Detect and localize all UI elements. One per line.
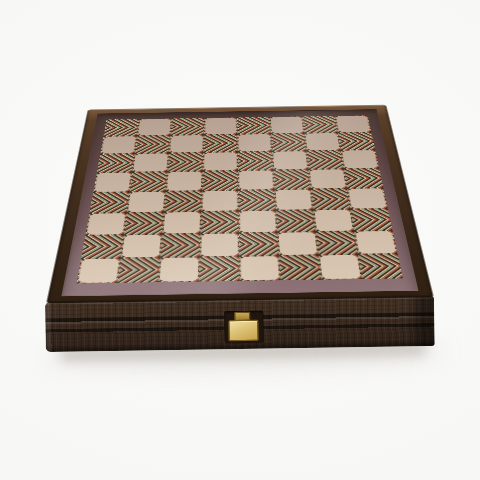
square-d6 bbox=[204, 152, 237, 170]
square-c5 bbox=[167, 172, 202, 191]
square-f6 bbox=[273, 151, 307, 169]
square-e7 bbox=[238, 134, 270, 151]
square-a1 bbox=[78, 259, 119, 283]
square-a5 bbox=[94, 173, 131, 192]
square-h6 bbox=[342, 150, 378, 168]
square-d8 bbox=[205, 118, 236, 134]
square-g7 bbox=[305, 133, 339, 150]
square-h8 bbox=[336, 116, 370, 132]
square-a3 bbox=[87, 213, 126, 235]
square-e1 bbox=[241, 256, 280, 280]
square-e5 bbox=[239, 170, 273, 189]
square-d2 bbox=[201, 233, 238, 256]
board-print-margin bbox=[61, 109, 418, 296]
case-lid-top bbox=[47, 105, 433, 303]
square-c3 bbox=[163, 212, 200, 233]
chessboard bbox=[77, 115, 403, 283]
square-f8 bbox=[271, 117, 303, 133]
square-d4 bbox=[202, 191, 237, 211]
square-f4 bbox=[276, 189, 312, 209]
chessboard-grid bbox=[77, 115, 403, 283]
square-b2 bbox=[122, 235, 161, 258]
square-b4 bbox=[128, 192, 165, 212]
square-c7 bbox=[170, 135, 203, 152]
square-b8 bbox=[138, 119, 171, 135]
square-a7 bbox=[101, 136, 135, 153]
square-e3 bbox=[240, 211, 276, 232]
square-c1 bbox=[159, 257, 198, 281]
square-g3 bbox=[314, 210, 352, 231]
square-b6 bbox=[133, 153, 168, 171]
square-h4 bbox=[348, 188, 386, 208]
square-f2 bbox=[279, 232, 318, 255]
square-g5 bbox=[310, 169, 346, 188]
chess-case bbox=[0, 0, 480, 480]
product-photo-background bbox=[0, 0, 480, 480]
square-g1 bbox=[320, 255, 361, 279]
square-h2 bbox=[355, 231, 396, 254]
brass-clasp bbox=[228, 320, 258, 341]
